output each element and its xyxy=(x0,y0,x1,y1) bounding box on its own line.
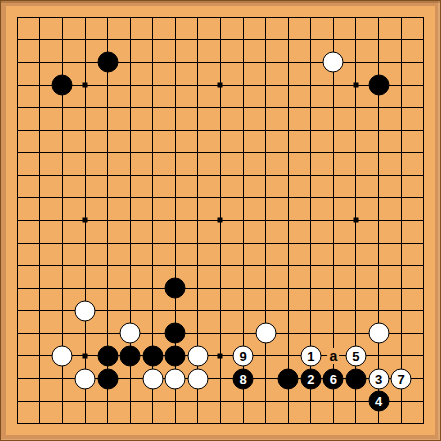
black-stone xyxy=(278,368,299,389)
intersection-so xyxy=(412,322,435,345)
intersection-rl xyxy=(390,254,413,277)
intersection-ei xyxy=(96,187,119,210)
intersection-rd xyxy=(390,74,413,97)
move-1-stone: 1 xyxy=(300,345,321,366)
intersection-qs xyxy=(367,412,390,435)
white-stone xyxy=(165,368,186,389)
intersection-ci xyxy=(51,187,74,210)
intersection-em xyxy=(96,277,119,300)
intersection-dq xyxy=(74,367,97,390)
intersection-da xyxy=(74,6,97,29)
intersection-cd xyxy=(51,74,74,97)
intersection-ps xyxy=(345,412,368,435)
intersection-ne xyxy=(300,96,323,119)
intersection-fj xyxy=(119,209,142,232)
go-board: 91a5826374 xyxy=(6,6,435,435)
intersection-pr xyxy=(345,390,368,413)
intersection-ij xyxy=(187,209,210,232)
black-stone xyxy=(165,323,186,344)
intersection-mg xyxy=(277,141,300,164)
intersection-rp xyxy=(390,345,413,368)
intersection-om xyxy=(322,277,345,300)
intersection-rc xyxy=(390,51,413,74)
intersection-gg xyxy=(141,141,164,164)
intersection-bs xyxy=(29,412,52,435)
star-point xyxy=(83,218,88,223)
intersection-ja xyxy=(209,6,232,29)
go-board-frame: 91a5826374 xyxy=(0,0,441,441)
intersection-qj xyxy=(367,209,390,232)
intersection-mq xyxy=(277,367,300,390)
intersection-ff xyxy=(119,119,142,142)
intersection-ok xyxy=(322,232,345,255)
intersection-jj xyxy=(209,209,232,232)
intersection-ii xyxy=(187,187,210,210)
intersection-jc xyxy=(209,51,232,74)
intersection-fq xyxy=(119,367,142,390)
intersection-ap xyxy=(6,345,29,368)
intersection-iq xyxy=(187,367,210,390)
intersection-qd xyxy=(367,74,390,97)
intersection-oi xyxy=(322,187,345,210)
intersection-ac xyxy=(6,51,29,74)
intersection-jl xyxy=(209,254,232,277)
intersection-ke xyxy=(232,96,255,119)
intersection-cn xyxy=(51,300,74,323)
intersection-mb xyxy=(277,29,300,52)
intersection-ai xyxy=(6,187,29,210)
intersection-pk xyxy=(345,232,368,255)
intersection-lb xyxy=(254,29,277,52)
intersection-je xyxy=(209,96,232,119)
intersection-qm xyxy=(367,277,390,300)
intersection-qa xyxy=(367,6,390,29)
intersection-lm xyxy=(254,277,277,300)
intersection-aa xyxy=(6,6,29,29)
intersection-sd xyxy=(412,74,435,97)
intersection-mh xyxy=(277,164,300,187)
intersection-fc xyxy=(119,51,142,74)
intersection-on xyxy=(322,300,345,323)
intersection-fk xyxy=(119,232,142,255)
white-stone xyxy=(323,52,344,73)
intersection-qh xyxy=(367,164,390,187)
intersection-kq: 8 xyxy=(232,367,255,390)
board-label-a: a xyxy=(327,348,339,364)
intersection-qg xyxy=(367,141,390,164)
intersection-nl xyxy=(300,254,323,277)
intersection-ph xyxy=(345,164,368,187)
intersection-qk xyxy=(367,232,390,255)
intersection-sp xyxy=(412,345,435,368)
intersection-sj xyxy=(412,209,435,232)
intersection-cm xyxy=(51,277,74,300)
intersection-hk xyxy=(164,232,187,255)
intersection-ob xyxy=(322,29,345,52)
intersection-pg xyxy=(345,141,368,164)
intersection-me xyxy=(277,96,300,119)
intersection-sf xyxy=(412,119,435,142)
intersection-hn xyxy=(164,300,187,323)
intersection-ib xyxy=(187,29,210,52)
intersection-nn xyxy=(300,300,323,323)
intersection-hd xyxy=(164,74,187,97)
intersection-fn xyxy=(119,300,142,323)
intersection-ih xyxy=(187,164,210,187)
intersection-ej xyxy=(96,209,119,232)
move-5-stone: 5 xyxy=(345,345,366,366)
intersection-ef xyxy=(96,119,119,142)
intersection-id xyxy=(187,74,210,97)
intersection-pp: 5 xyxy=(345,345,368,368)
intersection-lp xyxy=(254,345,277,368)
intersection-db xyxy=(74,29,97,52)
intersection-fa xyxy=(119,6,142,29)
black-stone xyxy=(97,345,118,366)
intersection-cq xyxy=(51,367,74,390)
star-point xyxy=(218,218,223,223)
black-stone xyxy=(52,75,73,96)
intersection-he xyxy=(164,96,187,119)
intersection-nh xyxy=(300,164,323,187)
intersection-hq xyxy=(164,367,187,390)
intersection-ka xyxy=(232,6,255,29)
intersection-gj xyxy=(141,209,164,232)
intersection-gq xyxy=(141,367,164,390)
intersection-jh xyxy=(209,164,232,187)
move-2-stone: 2 xyxy=(300,368,321,389)
intersection-bm xyxy=(29,277,52,300)
intersection-bh xyxy=(29,164,52,187)
intersection-ds xyxy=(74,412,97,435)
intersection-nm xyxy=(300,277,323,300)
move-4-stone: 4 xyxy=(368,391,389,412)
intersection-cf xyxy=(51,119,74,142)
intersection-bk xyxy=(29,232,52,255)
intersection-bd xyxy=(29,74,52,97)
white-stone xyxy=(187,368,208,389)
intersection-oa xyxy=(322,6,345,29)
intersection-ag xyxy=(6,141,29,164)
intersection-br xyxy=(29,390,52,413)
intersection-rj xyxy=(390,209,413,232)
intersection-if xyxy=(187,119,210,142)
intersection-nc xyxy=(300,51,323,74)
intersection-fp xyxy=(119,345,142,368)
intersection-kn xyxy=(232,300,255,323)
intersection-qb xyxy=(367,29,390,52)
black-stone xyxy=(142,345,163,366)
intersection-la xyxy=(254,6,277,29)
intersection-gl xyxy=(141,254,164,277)
intersection-ak xyxy=(6,232,29,255)
intersection-ll xyxy=(254,254,277,277)
intersection-co xyxy=(51,322,74,345)
intersection-gk xyxy=(141,232,164,255)
intersection-ea xyxy=(96,6,119,29)
intersection-be xyxy=(29,96,52,119)
intersection-ro xyxy=(390,322,413,345)
move-8-stone: 8 xyxy=(233,368,254,389)
intersection-mi xyxy=(277,187,300,210)
intersection-ha xyxy=(164,6,187,29)
intersection-eo xyxy=(96,322,119,345)
intersection-km xyxy=(232,277,255,300)
black-stone xyxy=(165,345,186,366)
intersection-si xyxy=(412,187,435,210)
intersection-fr xyxy=(119,390,142,413)
intersection-jg xyxy=(209,141,232,164)
intersection-dm xyxy=(74,277,97,300)
intersection-ma xyxy=(277,6,300,29)
intersection-lk xyxy=(254,232,277,255)
intersection-dr xyxy=(74,390,97,413)
intersection-hf xyxy=(164,119,187,142)
intersection-ri xyxy=(390,187,413,210)
intersection-qq: 3 xyxy=(367,367,390,390)
intersection-sm xyxy=(412,277,435,300)
intersection-dj xyxy=(74,209,97,232)
intersection-jr xyxy=(209,390,232,413)
intersection-ge xyxy=(141,96,164,119)
intersection-nf xyxy=(300,119,323,142)
intersection-oj xyxy=(322,209,345,232)
intersection-ep xyxy=(96,345,119,368)
intersection-ic xyxy=(187,51,210,74)
intersection-hc xyxy=(164,51,187,74)
intersection-ks xyxy=(232,412,255,435)
intersection-dl xyxy=(74,254,97,277)
move-9-stone: 9 xyxy=(233,345,254,366)
intersection-jp xyxy=(209,345,232,368)
intersection-al xyxy=(6,254,29,277)
intersection-qn xyxy=(367,300,390,323)
intersection-eq xyxy=(96,367,119,390)
intersection-ln xyxy=(254,300,277,323)
intersection-cs xyxy=(51,412,74,435)
intersection-gi xyxy=(141,187,164,210)
intersection-ig xyxy=(187,141,210,164)
intersection-jf xyxy=(209,119,232,142)
intersection-pm xyxy=(345,277,368,300)
intersection-pe xyxy=(345,96,368,119)
intersection-lg xyxy=(254,141,277,164)
intersection-ms xyxy=(277,412,300,435)
intersection-md xyxy=(277,74,300,97)
intersection-kj xyxy=(232,209,255,232)
intersection-lr xyxy=(254,390,277,413)
intersection-ce xyxy=(51,96,74,119)
intersection-nb xyxy=(300,29,323,52)
intersection-no xyxy=(300,322,323,345)
intersection-or xyxy=(322,390,345,413)
intersection-jo xyxy=(209,322,232,345)
intersection-fd xyxy=(119,74,142,97)
intersection-kr xyxy=(232,390,255,413)
star-point xyxy=(353,218,358,223)
intersection-bg xyxy=(29,141,52,164)
intersection-jm xyxy=(209,277,232,300)
intersection-dh xyxy=(74,164,97,187)
intersection-ir xyxy=(187,390,210,413)
intersection-cr xyxy=(51,390,74,413)
intersection-jk xyxy=(209,232,232,255)
intersection-ip xyxy=(187,345,210,368)
intersection-gb xyxy=(141,29,164,52)
intersection-rs xyxy=(390,412,413,435)
intersection-pq xyxy=(345,367,368,390)
intersection-sa xyxy=(412,6,435,29)
intersection-ni xyxy=(300,187,323,210)
intersection-io xyxy=(187,322,210,345)
white-stone xyxy=(368,323,389,344)
intersection-bl xyxy=(29,254,52,277)
intersection-js xyxy=(209,412,232,435)
intersection-mc xyxy=(277,51,300,74)
intersection-fi xyxy=(119,187,142,210)
intersection-ra xyxy=(390,6,413,29)
intersection-de xyxy=(74,96,97,119)
intersection-bb xyxy=(29,29,52,52)
intersection-es xyxy=(96,412,119,435)
intersection-gp xyxy=(141,345,164,368)
intersection-pa xyxy=(345,6,368,29)
intersection-fh xyxy=(119,164,142,187)
intersection-na xyxy=(300,6,323,29)
intersection-ae xyxy=(6,96,29,119)
intersection-ba xyxy=(29,6,52,29)
intersection-ad xyxy=(6,74,29,97)
intersection-gf xyxy=(141,119,164,142)
intersection-nq: 2 xyxy=(300,367,323,390)
intersection-qe xyxy=(367,96,390,119)
intersection-oc xyxy=(322,51,345,74)
intersection-fb xyxy=(119,29,142,52)
intersection-bo xyxy=(29,322,52,345)
intersection-fe xyxy=(119,96,142,119)
intersection-nk xyxy=(300,232,323,255)
intersection-ss xyxy=(412,412,435,435)
intersection-er xyxy=(96,390,119,413)
black-stone xyxy=(97,368,118,389)
intersection-sc xyxy=(412,51,435,74)
intersection-lf xyxy=(254,119,277,142)
intersection-pj xyxy=(345,209,368,232)
intersection-in xyxy=(187,300,210,323)
star-point xyxy=(218,353,223,358)
intersection-ck xyxy=(51,232,74,255)
intersection-hg xyxy=(164,141,187,164)
intersection-rb xyxy=(390,29,413,52)
intersection-rf xyxy=(390,119,413,142)
intersection-lj xyxy=(254,209,277,232)
intersection-dk xyxy=(74,232,97,255)
intersection-sb xyxy=(412,29,435,52)
intersection-di xyxy=(74,187,97,210)
intersection-jb xyxy=(209,29,232,52)
intersection-dn xyxy=(74,300,97,323)
black-stone xyxy=(368,75,389,96)
intersection-kk xyxy=(232,232,255,255)
intersection-re xyxy=(390,96,413,119)
intersection-as xyxy=(6,412,29,435)
intersection-hr xyxy=(164,390,187,413)
intersection-dp xyxy=(74,345,97,368)
white-stone xyxy=(75,300,96,321)
intersection-qp xyxy=(367,345,390,368)
intersection-hi xyxy=(164,187,187,210)
intersection-cl xyxy=(51,254,74,277)
intersection-go xyxy=(141,322,164,345)
intersection-rg xyxy=(390,141,413,164)
star-point xyxy=(353,83,358,88)
intersection-bp xyxy=(29,345,52,368)
white-stone xyxy=(187,345,208,366)
intersection-ql xyxy=(367,254,390,277)
intersection-df xyxy=(74,119,97,142)
intersection-fl xyxy=(119,254,142,277)
intersection-sq xyxy=(412,367,435,390)
move-7-stone: 7 xyxy=(391,368,412,389)
intersection-mo xyxy=(277,322,300,345)
intersection-qo xyxy=(367,322,390,345)
intersection-oe xyxy=(322,96,345,119)
intersection-bj xyxy=(29,209,52,232)
intersection-li xyxy=(254,187,277,210)
intersection-fm xyxy=(119,277,142,300)
intersection-bc xyxy=(29,51,52,74)
intersection-ng xyxy=(300,141,323,164)
intersection-an xyxy=(6,300,29,323)
intersection-qc xyxy=(367,51,390,74)
intersection-sg xyxy=(412,141,435,164)
intersection-lo xyxy=(254,322,277,345)
white-stone xyxy=(255,323,276,344)
intersection-cb xyxy=(51,29,74,52)
intersection-qr: 4 xyxy=(367,390,390,413)
intersection-en xyxy=(96,300,119,323)
intersection-ga xyxy=(141,6,164,29)
intersection-bi xyxy=(29,187,52,210)
intersection-pf xyxy=(345,119,368,142)
intersection-nr xyxy=(300,390,323,413)
intersection-jd xyxy=(209,74,232,97)
intersection-fs xyxy=(119,412,142,435)
intersection-hm xyxy=(164,277,187,300)
intersection-pc xyxy=(345,51,368,74)
intersection-gn xyxy=(141,300,164,323)
intersection-mr xyxy=(277,390,300,413)
intersection-ki xyxy=(232,187,255,210)
intersection-do xyxy=(74,322,97,345)
intersection-kb xyxy=(232,29,255,52)
intersection-eh xyxy=(96,164,119,187)
intersection-lc xyxy=(254,51,277,74)
intersection-hh xyxy=(164,164,187,187)
intersection-kf xyxy=(232,119,255,142)
intersection-gc xyxy=(141,51,164,74)
star-point xyxy=(83,83,88,88)
intersection-mp xyxy=(277,345,300,368)
intersection-ls xyxy=(254,412,277,435)
white-stone xyxy=(52,345,73,366)
black-stone xyxy=(165,278,186,299)
black-stone xyxy=(97,52,118,73)
intersection-hl xyxy=(164,254,187,277)
intersection-kg xyxy=(232,141,255,164)
move-3-stone: 3 xyxy=(368,368,389,389)
intersection-np: 1 xyxy=(300,345,323,368)
